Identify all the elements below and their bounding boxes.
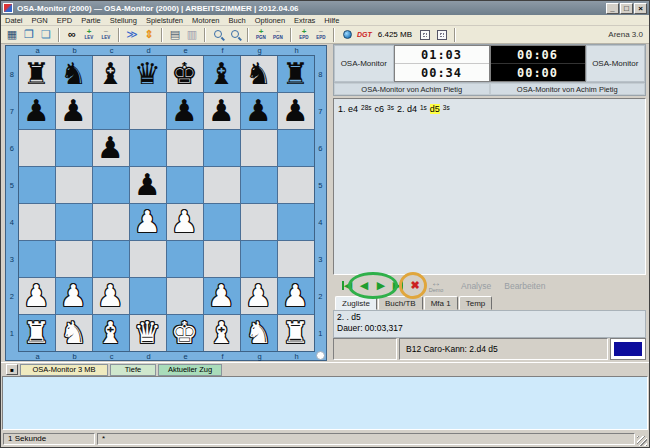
square-f2[interactable]: ♟ [204,278,240,314]
file-label: d [130,352,167,361]
file-label: g [241,46,278,55]
square-c1[interactable]: ♝ [93,315,129,351]
square-d4[interactable]: ♟ [130,204,166,240]
file-label: d [130,46,167,55]
engine-name-header[interactable]: OSA-Monitor 3 MB [20,364,108,376]
swap-updown-icon[interactable]: ⇕ [142,27,156,42]
move-duration-text: Dauer: 00:03,317 [337,323,642,334]
tab-temp[interactable]: Temp [459,296,493,310]
toolbar-separator [58,28,60,42]
square-a3[interactable] [19,241,55,277]
white-queen-piece[interactable]: ♛ [134,315,161,351]
square-a7[interactable]: ♟ [19,93,55,129]
white-pawn-piece[interactable]: ♟ [208,278,235,314]
rank-label: 6 [315,130,327,167]
rank-label: 7 [6,93,18,130]
toolbar: ▦ ❐ ❏ ∞ +LEV −LEV ≫ ⇕ ▤ ▥ +PGN −PGN +EPD… [1,26,649,44]
menu-item-optionen[interactable]: Optionen [255,16,285,25]
book-progress-box [610,338,646,360]
square-f8[interactable]: ♝ [204,56,240,92]
tab-zugliste[interactable]: Zugliste [335,296,377,310]
file-label: g [241,352,278,361]
square-e2[interactable] [167,278,203,314]
toolbar-separator [290,28,292,42]
status-time-cell: 1 Sekunde [3,433,95,445]
navigation-bar: ◀ ◀ ▶ ▶ ✖ ↔ Demo Analyse Bearbeiten [333,275,646,296]
square-a6[interactable] [19,130,55,166]
side-to-move-indicator [316,351,325,360]
file-label: b [56,352,93,361]
square-e7[interactable]: ♟ [167,93,203,129]
square-d6[interactable] [130,130,166,166]
square-g5[interactable] [241,167,277,203]
toolbar-separator [118,28,120,42]
toolbar-separator [454,28,456,42]
right-panel: OSA-Monitor 01:03 00:34 00:06 00:00 OSA-… [331,44,649,362]
square-e8[interactable]: ♚ [167,56,203,92]
black-pawn-piece[interactable]: ♟ [60,93,87,129]
white-pawn-piece[interactable]: ♟ [97,278,124,314]
level-minus-icon[interactable]: −LEV [99,27,113,42]
square-b4[interactable] [56,204,92,240]
demo-button[interactable]: ↔ Demo [424,278,448,294]
status-message-cell: * [97,433,635,445]
move-time[interactable]: 1s [420,104,427,111]
square-b5[interactable] [56,167,92,203]
square-d8[interactable]: ♛ [130,56,166,92]
rank-label: 5 [6,167,18,204]
globe-icon[interactable] [340,27,354,42]
black-pawn-piece[interactable]: ♟ [134,167,161,203]
black-pawn-piece[interactable]: ♟ [97,130,124,166]
black-engine-caption: OSA-Monitor von Achim Pietig [490,83,646,95]
square-g4[interactable] [241,204,277,240]
rank-coordinates-left: 87654321 [6,56,18,352]
black-pawn-piece[interactable]: ♟ [171,93,198,129]
white-pawn-piece[interactable]: ♟ [134,204,161,240]
file-coordinates-top: abcdefgh [6,46,326,55]
white-pawn-piece[interactable]: ♟ [282,278,309,314]
square-h6[interactable] [278,130,314,166]
square-h7[interactable]: ♟ [278,93,314,129]
chess-board-frame: abcdefgh 87654321 ♜♞♝♛♚♝♞♜♟♟♟♟♟♟♟♟♟♟♟♟♟♟… [5,45,327,361]
rank-label: 8 [315,56,327,93]
status-bar: 1 Sekunde * [1,430,649,447]
square-c8[interactable]: ♝ [93,56,129,92]
square-a1[interactable]: ♜ [19,315,55,351]
zoom-out-icon[interactable] [228,27,242,42]
move-token[interactable]: 1. e4 [338,104,358,114]
white-pawn-piece[interactable]: ♟ [23,278,50,314]
position-icon[interactable]: ▤ [168,27,182,42]
menu-item-datei[interactable]: Datei [5,16,23,25]
square-d5[interactable]: ♟ [130,167,166,203]
black-king-piece[interactable]: ♚ [171,56,198,92]
window-title: OSA-Monitor (2000) — OSA-Monitor (2000) … [17,4,605,13]
square-f1[interactable]: ♝ [204,315,240,351]
zoom-in-icon[interactable] [211,27,225,42]
square-h1[interactable]: ♜ [278,315,314,351]
file-label: a [19,46,56,55]
arena-window: OSA-Monitor (2000) — OSA-Monitor (2000) … [0,0,650,448]
square-h5[interactable] [278,167,314,203]
toolbar-separator [333,28,335,42]
white-pawn-piece[interactable]: ♟ [171,204,198,240]
square-c4[interactable] [93,204,129,240]
menu-item-spielstufen[interactable]: Spielstufen [146,16,183,25]
move-info-box: 2. . d5 Dauer: 00:03,317 [333,310,646,338]
white-total-time: 01:03 [395,46,489,63]
analyse-button[interactable]: Analyse [461,281,491,291]
square-e3[interactable] [167,241,203,277]
white-player-label: OSA-Monitor [334,45,394,82]
white-bishop-piece[interactable]: ♝ [208,315,235,351]
move-time[interactable]: 28s [361,104,371,111]
square-a8[interactable]: ♜ [19,56,55,92]
clock-panel: OSA-Monitor 01:03 00:34 00:06 00:00 OSA-… [333,44,646,96]
layout-icon[interactable] [418,27,432,42]
square-f6[interactable] [204,130,240,166]
close-button[interactable]: × [634,3,647,14]
copy-icon[interactable]: ❏ [39,27,53,42]
square-c2[interactable]: ♟ [93,278,129,314]
square-d7[interactable] [130,93,166,129]
edit-button[interactable]: Bearbeiten [504,281,545,291]
chess-board[interactable]: ♜♞♝♛♚♝♞♜♟♟♟♟♟♟♟♟♟♟♟♟♟♟♟♟♜♞♝♛♚♝♞♜ [18,55,315,352]
square-b2[interactable]: ♟ [56,278,92,314]
white-pawn-piece[interactable]: ♟ [245,278,272,314]
menu-item-motoren[interactable]: Motoren [192,16,220,25]
square-h2[interactable]: ♟ [278,278,314,314]
engine-header: ■ OSA-Monitor 3 MB Tiefe Aktueller Zug [1,362,649,376]
square-f3[interactable] [204,241,240,277]
level-plus-icon[interactable]: +LEV [82,27,96,42]
square-g8[interactable]: ♞ [241,56,277,92]
move-time[interactable]: 3s [443,104,450,111]
square-f4[interactable] [204,204,240,240]
square-b6[interactable] [56,130,92,166]
square-e4[interactable]: ♟ [167,204,203,240]
square-b1[interactable]: ♞ [56,315,92,351]
tab-mfa-1[interactable]: Mfa 1 [424,296,458,310]
go-to-end-button[interactable]: ▶ [390,278,406,294]
board-icon[interactable]: ▦ [5,27,19,42]
menu-item-stellung[interactable]: Stellung [110,16,137,25]
square-f5[interactable] [204,167,240,203]
square-e5[interactable] [167,167,203,203]
fast-forward-icon[interactable]: ≫ [125,27,139,42]
engine-current-move-header[interactable]: Aktueller Zug [158,364,222,376]
square-h4[interactable] [278,204,314,240]
move-token[interactable]: d5 [430,104,440,114]
square-g7[interactable]: ♟ [241,93,277,129]
main-area: abcdefgh 87654321 ♜♞♝♛♚♝♞♜♟♟♟♟♟♟♟♟♟♟♟♟♟♟… [1,44,649,362]
black-rook-piece[interactable]: ♜ [23,56,50,92]
panel-tabs: ZuglisteBuch/TBMfa 1Temp [333,296,646,310]
pgn-plus-icon[interactable]: +PGN [254,27,268,42]
square-a5[interactable] [19,167,55,203]
file-label: f [204,352,241,361]
black-total-time: 00:06 [491,46,585,63]
current-move-text: 2. . d5 [337,312,642,323]
move-time[interactable]: 3s [387,104,394,111]
rank-coordinates-right: 87654321 [315,56,327,352]
square-g1[interactable]: ♞ [241,315,277,351]
file-label: b [56,46,93,55]
rank-label: 5 [315,167,327,204]
rank-label: 4 [6,204,18,241]
square-b3[interactable] [56,241,92,277]
black-clock: 00:06 00:00 [490,45,586,82]
black-pawn-piece[interactable]: ♟ [282,93,309,129]
white-knight-piece[interactable]: ♞ [245,315,272,351]
menu-item-buch[interactable]: Buch [229,16,246,25]
epd-plus-icon[interactable]: +EPD [297,27,311,42]
file-label: a [19,352,56,361]
menu-bar: DateiPGNEPDPartieStellungSpielstufenMoto… [1,15,649,26]
board-panel: abcdefgh 87654321 ♜♞♝♛♚♝♞♜♟♟♟♟♟♟♟♟♟♟♟♟♟♟… [1,44,331,362]
delete-move-icon[interactable]: ✖ [407,278,423,294]
rank-label: 3 [6,241,18,278]
rank-label: 1 [6,315,18,352]
square-g6[interactable] [241,130,277,166]
square-c3[interactable] [93,241,129,277]
white-bishop-piece[interactable]: ♝ [97,315,124,351]
move-token[interactable]: 2. d4 [397,104,417,114]
file-label: h [278,352,315,361]
toolbar-separator [161,28,163,42]
menu-item-pgn[interactable]: PGN [32,16,48,25]
black-queen-piece[interactable]: ♛ [134,56,161,92]
black-bishop-piece[interactable]: ♝ [208,56,235,92]
square-c5[interactable] [93,167,129,203]
rank-label: 2 [6,278,18,315]
file-coordinates-bottom: abcdefgh [6,352,326,361]
arena-version-label: Arena 3.0 [608,30,645,39]
engine-output-area [2,376,648,430]
square-f7[interactable]: ♟ [204,93,240,129]
title-bar: OSA-Monitor (2000) — OSA-Monitor (2000) … [1,1,649,15]
square-a4[interactable] [19,204,55,240]
minimize-button[interactable]: _ [606,3,619,14]
black-rook-piece[interactable]: ♜ [282,56,309,92]
infinity-icon[interactable]: ∞ [65,27,79,42]
square-e1[interactable]: ♚ [167,315,203,351]
eco-status-row: B12 Caro-Kann: 2.d4 d5 [333,338,646,360]
clock-icon[interactable]: ▥ [185,27,199,42]
black-knight-piece[interactable]: ♞ [60,56,87,92]
maximize-button[interactable]: □ [620,3,633,14]
menu-item-extras[interactable]: Extras [294,16,315,25]
pgn-minus-icon[interactable]: −PGN [271,27,285,42]
file-label: e [167,352,204,361]
white-rook-piece[interactable]: ♜ [282,315,309,351]
rank-label: 3 [315,241,327,278]
square-g3[interactable] [241,241,277,277]
black-pawn-piece[interactable]: ♟ [208,93,235,129]
square-c6[interactable]: ♟ [93,130,129,166]
rank-label: 6 [6,130,18,167]
menu-item-partie[interactable]: Partie [81,16,101,25]
go-to-start-button[interactable]: ◀ [339,278,355,294]
white-move-time: 00:34 [395,63,489,81]
black-bishop-piece[interactable]: ♝ [97,56,124,92]
app-icon [3,3,13,13]
white-clock: 01:03 00:34 [394,45,490,82]
square-g2[interactable]: ♟ [241,278,277,314]
open-icon[interactable]: ❐ [22,27,36,42]
white-king-piece[interactable]: ♚ [171,315,198,351]
white-pawn-piece[interactable]: ♟ [60,278,87,314]
rank-label: 7 [315,93,327,130]
white-rook-piece[interactable]: ♜ [23,315,50,351]
engine-depth-header[interactable]: Tiefe [110,364,156,376]
rank-label: 8 [6,56,18,93]
black-pawn-piece[interactable]: ♟ [23,93,50,129]
menu-item-hilfe[interactable]: Hilfe [324,16,339,25]
black-knight-piece[interactable]: ♞ [245,56,272,92]
file-label: c [93,46,130,55]
epd-minus-icon[interactable]: −EPD [314,27,328,42]
square-b7[interactable]: ♟ [56,93,92,129]
file-label: f [204,46,241,55]
forward-button[interactable]: ▶ [373,278,389,294]
square-c7[interactable] [93,93,129,129]
file-label: e [167,46,204,55]
square-a2[interactable]: ♟ [19,278,55,314]
toolbar-separator [204,28,206,42]
square-d1[interactable]: ♛ [130,315,166,351]
memory-indicator: 6.425 MB [378,30,412,39]
square-d2[interactable] [130,278,166,314]
eco-opening-label: B12 Caro-Kann: 2.d4 d5 [399,338,608,360]
tab-buch-tb[interactable]: Buch/TB [378,296,423,310]
eco-empty-cell [333,338,397,360]
square-e6[interactable] [167,130,203,166]
toolbar-separator [247,28,249,42]
white-engine-caption: OSA-Monitor von Achim Pietig [334,83,490,95]
white-knight-piece[interactable]: ♞ [60,315,87,351]
move-token[interactable]: c6 [375,104,385,114]
dgt-icon[interactable]: DGT [357,27,372,42]
square-d3[interactable] [130,241,166,277]
square-h8[interactable]: ♜ [278,56,314,92]
black-pawn-piece[interactable]: ♟ [245,93,272,129]
resize-grip[interactable] [637,436,647,446]
black-move-time: 00:00 [491,63,585,81]
layout2-icon[interactable] [435,27,449,42]
engine-collapse-button[interactable]: ■ [6,364,18,375]
back-button[interactable]: ◀ [356,278,372,294]
menu-item-epd[interactable]: EPD [57,16,72,25]
rank-label: 4 [315,204,327,241]
file-label: h [278,46,315,55]
square-b8[interactable]: ♞ [56,56,92,92]
file-label: c [93,352,130,361]
square-h3[interactable] [278,241,314,277]
black-player-label: OSA-Monitor [586,45,646,82]
rank-label: 1 [315,315,327,352]
rank-label: 2 [315,278,327,315]
move-list[interactable]: 1. e428sc63s2. d41sd53s [333,98,646,275]
